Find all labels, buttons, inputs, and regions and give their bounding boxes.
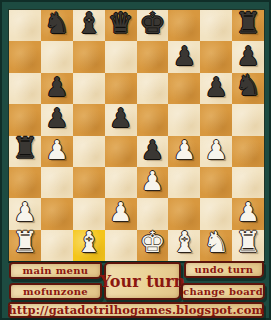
square-e2[interactable] <box>137 198 169 229</box>
square-c7[interactable] <box>73 41 105 72</box>
piece-black-knight: ♞ <box>232 68 264 104</box>
square-f5[interactable] <box>168 104 200 135</box>
piece-black-bishop: ♝ <box>73 5 105 41</box>
square-e6[interactable] <box>137 73 169 104</box>
square-f1[interactable]: ♝ <box>168 230 200 261</box>
square-a1[interactable]: ♜ <box>9 230 41 261</box>
piece-black-pawn: ♟ <box>41 101 73 135</box>
square-e5[interactable] <box>137 104 169 135</box>
piece-black-pawn: ♟ <box>41 70 73 104</box>
piece-black-rook: ♜ <box>232 5 264 41</box>
square-h6[interactable]: ♞ <box>232 73 264 104</box>
piece-black-pawn: ♟ <box>168 38 200 72</box>
square-e3[interactable]: ♟ <box>137 167 169 198</box>
piece-white-pawn: ♟ <box>200 133 232 167</box>
square-d3[interactable] <box>105 167 137 198</box>
square-a7[interactable] <box>9 41 41 72</box>
square-h2[interactable]: ♟ <box>232 198 264 229</box>
square-e4[interactable]: ♟ <box>137 136 169 167</box>
piece-white-pawn: ♟ <box>9 195 41 229</box>
piece-white-pawn: ♟ <box>41 133 73 167</box>
piece-white-pawn: ♟ <box>232 195 264 229</box>
square-b3[interactable] <box>41 167 73 198</box>
square-c1[interactable]: ♝ <box>73 230 105 261</box>
piece-white-rook: ♜ <box>232 225 264 261</box>
square-a3[interactable] <box>9 167 41 198</box>
square-g4[interactable]: ♟ <box>200 136 232 167</box>
change-board-button[interactable]: change board <box>181 283 265 300</box>
piece-black-pawn: ♟ <box>105 101 137 135</box>
square-f8[interactable] <box>168 10 200 41</box>
square-h7[interactable]: ♟ <box>232 41 264 72</box>
square-b8[interactable]: ♞ <box>41 10 73 41</box>
square-c5[interactable] <box>73 104 105 135</box>
square-g8[interactable] <box>200 10 232 41</box>
square-c2[interactable] <box>73 198 105 229</box>
square-a6[interactable] <box>9 73 41 104</box>
square-b5[interactable]: ♟ <box>41 104 73 135</box>
square-b4[interactable]: ♟ <box>41 136 73 167</box>
square-d6[interactable] <box>105 73 137 104</box>
square-f2[interactable] <box>168 198 200 229</box>
square-b7[interactable] <box>41 41 73 72</box>
piece-white-bishop: ♝ <box>73 225 105 261</box>
piece-white-knight: ♞ <box>200 225 232 261</box>
square-d8[interactable]: ♛ <box>105 10 137 41</box>
piece-white-rook: ♜ <box>9 225 41 261</box>
square-a8[interactable] <box>9 10 41 41</box>
square-d5[interactable]: ♟ <box>105 104 137 135</box>
piece-black-knight: ♞ <box>41 5 73 41</box>
undo-turn-button[interactable]: undo turn <box>184 261 264 278</box>
main-menu-button[interactable]: main menu <box>9 262 102 279</box>
game-window: { "game": "chess", "position": { "fen": … <box>0 0 271 320</box>
piece-black-queen: ♛ <box>105 5 137 41</box>
square-a4[interactable]: ♜ <box>9 136 41 167</box>
square-g3[interactable] <box>200 167 232 198</box>
square-g6[interactable]: ♟ <box>200 73 232 104</box>
square-c8[interactable]: ♝ <box>73 10 105 41</box>
piece-white-king: ♚ <box>137 225 169 261</box>
piece-black-rook: ♜ <box>9 131 41 167</box>
piece-black-pawn: ♟ <box>200 70 232 104</box>
square-h8[interactable]: ♜ <box>232 10 264 41</box>
turn-status-banner: Your turn <box>104 262 181 300</box>
square-f6[interactable] <box>168 73 200 104</box>
piece-white-pawn: ♟ <box>137 164 169 198</box>
square-d7[interactable] <box>105 41 137 72</box>
mofunzone-button[interactable]: mofunzone <box>9 283 102 300</box>
square-e8[interactable]: ♚ <box>137 10 169 41</box>
piece-white-bishop: ♝ <box>168 225 200 261</box>
square-c3[interactable] <box>73 167 105 198</box>
square-d4[interactable] <box>105 136 137 167</box>
square-e7[interactable] <box>137 41 169 72</box>
piece-black-king: ♚ <box>137 5 169 41</box>
piece-black-pawn: ♟ <box>137 133 169 167</box>
square-d2[interactable]: ♟ <box>105 198 137 229</box>
square-b6[interactable]: ♟ <box>41 73 73 104</box>
piece-white-pawn: ♟ <box>168 133 200 167</box>
square-h4[interactable] <box>232 136 264 167</box>
square-h5[interactable] <box>232 104 264 135</box>
piece-white-pawn: ♟ <box>105 195 137 229</box>
square-b1[interactable] <box>41 230 73 261</box>
square-a5[interactable] <box>9 104 41 135</box>
square-g7[interactable] <box>200 41 232 72</box>
square-g1[interactable]: ♞ <box>200 230 232 261</box>
square-g5[interactable] <box>200 104 232 135</box>
square-c6[interactable] <box>73 73 105 104</box>
website-link[interactable]: http://gatadotrilhogames.blogspot.com <box>8 302 264 318</box>
square-g2[interactable] <box>200 198 232 229</box>
square-f3[interactable] <box>168 167 200 198</box>
square-h3[interactable] <box>232 167 264 198</box>
square-f4[interactable]: ♟ <box>168 136 200 167</box>
square-a2[interactable]: ♟ <box>9 198 41 229</box>
square-b2[interactable] <box>41 198 73 229</box>
square-h1[interactable]: ♜ <box>232 230 264 261</box>
square-c4[interactable] <box>73 136 105 167</box>
square-f7[interactable]: ♟ <box>168 41 200 72</box>
square-e1[interactable]: ♚ <box>137 230 169 261</box>
chess-board[interactable]: ♞♝♛♚♜♟♟♟♟♞♟♟♜♟♟♟♟♟♟♟♟♜♝♚♝♞♜ <box>8 9 265 263</box>
piece-black-pawn: ♟ <box>232 38 264 72</box>
square-d1[interactable] <box>105 230 137 261</box>
